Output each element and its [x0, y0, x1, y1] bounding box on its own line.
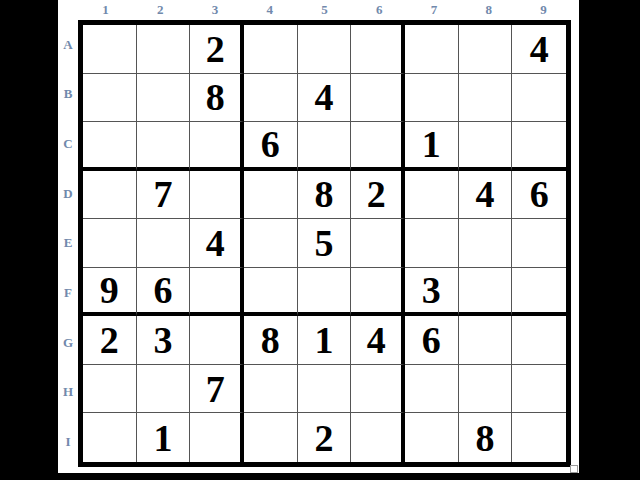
cell-F7[interactable]: 3 [405, 268, 459, 317]
sudoku-board: 24846178246459632381467128 [78, 20, 571, 467]
cell-E6[interactable] [351, 219, 405, 268]
cell-F1[interactable]: 9 [83, 268, 137, 317]
cell-A6[interactable] [351, 25, 405, 74]
cell-A7[interactable] [405, 25, 459, 74]
cell-I8[interactable]: 8 [459, 413, 513, 462]
cell-I7[interactable] [405, 413, 459, 462]
row-label-H: H [58, 368, 78, 418]
sudoku-panel: 123456789 ABCDEFGHI 24846178246459632381… [58, 0, 579, 473]
row-label-C: C [58, 119, 78, 169]
cell-B4[interactable] [244, 74, 298, 123]
cell-I5[interactable]: 2 [298, 413, 352, 462]
cell-A8[interactable] [459, 25, 513, 74]
cell-C2[interactable] [137, 122, 191, 171]
cell-G8[interactable] [459, 316, 513, 365]
cell-B7[interactable] [405, 74, 459, 123]
cell-B2[interactable] [137, 74, 191, 123]
cell-A2[interactable] [137, 25, 191, 74]
cell-G4[interactable]: 8 [244, 316, 298, 365]
cell-F9[interactable] [512, 268, 566, 317]
column-label-9: 9 [516, 0, 571, 20]
cell-D9[interactable]: 6 [512, 171, 566, 220]
resize-handle[interactable] [570, 465, 578, 473]
cell-H5[interactable] [298, 365, 352, 414]
column-label-7: 7 [407, 0, 462, 20]
cell-C5[interactable] [298, 122, 352, 171]
cell-F4[interactable] [244, 268, 298, 317]
cell-G2[interactable]: 3 [137, 316, 191, 365]
cell-H4[interactable] [244, 365, 298, 414]
row-labels: ABCDEFGHI [58, 20, 78, 467]
video-frame: 123456789 ABCDEFGHI 24846178246459632381… [0, 0, 640, 480]
cell-F6[interactable] [351, 268, 405, 317]
cell-I6[interactable] [351, 413, 405, 462]
cell-H1[interactable] [83, 365, 137, 414]
cell-A9[interactable]: 4 [512, 25, 566, 74]
cell-C9[interactable] [512, 122, 566, 171]
cell-F5[interactable] [298, 268, 352, 317]
cell-D7[interactable] [405, 171, 459, 220]
column-label-2: 2 [133, 0, 188, 20]
cell-B6[interactable] [351, 74, 405, 123]
cell-G5[interactable]: 1 [298, 316, 352, 365]
cell-C3[interactable] [190, 122, 244, 171]
cell-A1[interactable] [83, 25, 137, 74]
column-label-4: 4 [242, 0, 297, 20]
cell-H6[interactable] [351, 365, 405, 414]
cell-C8[interactable] [459, 122, 513, 171]
cell-G9[interactable] [512, 316, 566, 365]
cell-H8[interactable] [459, 365, 513, 414]
row-label-I: I [58, 417, 78, 467]
cell-B8[interactable] [459, 74, 513, 123]
cell-G1[interactable]: 2 [83, 316, 137, 365]
cell-I9[interactable] [512, 413, 566, 462]
cell-B3[interactable]: 8 [190, 74, 244, 123]
column-label-5: 5 [297, 0, 352, 20]
cell-H3[interactable]: 7 [190, 365, 244, 414]
cell-H7[interactable] [405, 365, 459, 414]
row-label-F: F [58, 268, 78, 318]
cell-C4[interactable]: 6 [244, 122, 298, 171]
cell-E7[interactable] [405, 219, 459, 268]
cell-C7[interactable]: 1 [405, 122, 459, 171]
cell-D3[interactable] [190, 171, 244, 220]
cell-G3[interactable] [190, 316, 244, 365]
cell-G6[interactable]: 4 [351, 316, 405, 365]
cell-E1[interactable] [83, 219, 137, 268]
column-label-3: 3 [188, 0, 243, 20]
cell-H2[interactable] [137, 365, 191, 414]
row-label-A: A [58, 20, 78, 70]
cell-H9[interactable] [512, 365, 566, 414]
cell-E3[interactable]: 4 [190, 219, 244, 268]
cell-D4[interactable] [244, 171, 298, 220]
cell-B9[interactable] [512, 74, 566, 123]
cell-E4[interactable] [244, 219, 298, 268]
row-label-E: E [58, 219, 78, 269]
row-label-G: G [58, 318, 78, 368]
cell-F8[interactable] [459, 268, 513, 317]
row-label-B: B [58, 70, 78, 120]
cell-A4[interactable] [244, 25, 298, 74]
cell-F2[interactable]: 6 [137, 268, 191, 317]
cell-E9[interactable] [512, 219, 566, 268]
cell-D5[interactable]: 8 [298, 171, 352, 220]
cell-A5[interactable] [298, 25, 352, 74]
cell-F3[interactable] [190, 268, 244, 317]
column-labels: 123456789 [78, 0, 571, 20]
cell-D2[interactable]: 7 [137, 171, 191, 220]
cell-C1[interactable] [83, 122, 137, 171]
row-label-D: D [58, 169, 78, 219]
cell-A3[interactable]: 2 [190, 25, 244, 74]
cell-D6[interactable]: 2 [351, 171, 405, 220]
column-label-6: 6 [352, 0, 407, 20]
column-label-8: 8 [461, 0, 516, 20]
cell-I4[interactable] [244, 413, 298, 462]
cell-I1[interactable] [83, 413, 137, 462]
cell-G7[interactable]: 6 [405, 316, 459, 365]
column-label-1: 1 [78, 0, 133, 20]
cell-E8[interactable] [459, 219, 513, 268]
cell-E2[interactable] [137, 219, 191, 268]
cell-E5[interactable]: 5 [298, 219, 352, 268]
cell-B1[interactable] [83, 74, 137, 123]
cell-B5[interactable]: 4 [298, 74, 352, 123]
cell-I3[interactable] [190, 413, 244, 462]
cell-D1[interactable] [83, 171, 137, 220]
cell-I2[interactable]: 1 [137, 413, 191, 462]
cell-D8[interactable]: 4 [459, 171, 513, 220]
cell-C6[interactable] [351, 122, 405, 171]
